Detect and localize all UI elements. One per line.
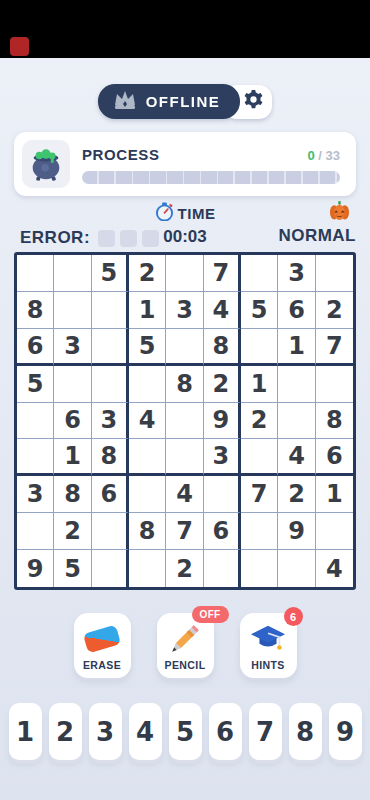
cell-r7c1[interactable]: 3 bbox=[17, 476, 54, 513]
cell-r3c6[interactable]: 8 bbox=[204, 329, 241, 366]
crown-icon bbox=[112, 89, 138, 115]
cell-r3c7[interactable] bbox=[241, 329, 278, 366]
sudoku-board: 5273813456263581758216349281834638647212… bbox=[14, 252, 356, 590]
cell-r8c1[interactable] bbox=[17, 513, 54, 550]
cell-r7c9[interactable]: 1 bbox=[316, 476, 353, 513]
cell-r7c7[interactable]: 7 bbox=[241, 476, 278, 513]
progress-card: PROCESS 0 / 33 bbox=[14, 132, 356, 196]
progress-bar bbox=[82, 171, 340, 184]
cell-r9c6[interactable] bbox=[204, 550, 241, 587]
cell-r3c4[interactable]: 5 bbox=[129, 329, 166, 366]
offline-label: OFFLINE bbox=[146, 93, 221, 110]
cell-r5c6[interactable]: 9 bbox=[204, 403, 241, 440]
numpad-key-8[interactable]: 8 bbox=[289, 703, 322, 760]
offline-button[interactable]: OFFLINE bbox=[98, 84, 241, 119]
hints-button[interactable]: 6 HINTS bbox=[240, 613, 297, 678]
cell-r1c5[interactable] bbox=[166, 255, 203, 292]
numpad-key-7[interactable]: 7 bbox=[249, 703, 282, 760]
cell-r8c9[interactable] bbox=[316, 513, 353, 550]
progress-title: PROCESS bbox=[82, 146, 160, 163]
tools-row: ERASE OFF PENCIL 6 bbox=[0, 613, 370, 678]
cell-r4c1[interactable]: 5 bbox=[17, 366, 54, 403]
cell-r4c4[interactable] bbox=[129, 366, 166, 403]
cell-r6c1[interactable] bbox=[17, 439, 54, 476]
cell-r2c4[interactable]: 1 bbox=[129, 292, 166, 329]
hints-count-badge: 6 bbox=[284, 607, 303, 626]
cell-r5c5[interactable] bbox=[166, 403, 203, 440]
cell-r4c3[interactable] bbox=[92, 366, 129, 403]
cell-r5c2[interactable]: 6 bbox=[54, 403, 91, 440]
cell-r5c7[interactable]: 2 bbox=[241, 403, 278, 440]
erase-button[interactable]: ERASE bbox=[74, 613, 131, 678]
cell-r4c9[interactable] bbox=[316, 366, 353, 403]
cell-r2c9[interactable]: 2 bbox=[316, 292, 353, 329]
cell-r5c4[interactable]: 4 bbox=[129, 403, 166, 440]
cell-r9c3[interactable] bbox=[92, 550, 129, 587]
cell-r8c5[interactable]: 7 bbox=[166, 513, 203, 550]
cauldron-icon bbox=[22, 140, 70, 188]
numpad-key-4[interactable]: 4 bbox=[129, 703, 162, 760]
cell-r1c9[interactable] bbox=[316, 255, 353, 292]
cell-r1c2[interactable] bbox=[54, 255, 91, 292]
cell-r6c3[interactable]: 8 bbox=[92, 439, 129, 476]
cell-r6c2[interactable]: 1 bbox=[54, 439, 91, 476]
offline-settings-group: OFFLINE bbox=[98, 84, 273, 119]
cell-r9c8[interactable] bbox=[278, 550, 315, 587]
cell-r2c1[interactable]: 8 bbox=[17, 292, 54, 329]
cell-r3c5[interactable] bbox=[166, 329, 203, 366]
cell-r9c2[interactable]: 5 bbox=[54, 550, 91, 587]
cell-r1c1[interactable] bbox=[17, 255, 54, 292]
time-value: 00:03 bbox=[163, 227, 206, 247]
difficulty-label: NORMAL bbox=[278, 226, 356, 246]
numpad-key-9[interactable]: 9 bbox=[329, 703, 362, 760]
progress-body: PROCESS 0 / 33 bbox=[70, 144, 348, 184]
cell-r4c2[interactable] bbox=[54, 366, 91, 403]
cell-r7c5[interactable]: 4 bbox=[166, 476, 203, 513]
app-screen: OFFLINE bbox=[0, 0, 370, 800]
cell-r2c8[interactable]: 6 bbox=[278, 292, 315, 329]
cell-r1c7[interactable] bbox=[241, 255, 278, 292]
recording-indicator bbox=[10, 37, 29, 56]
eraser-icon bbox=[85, 621, 119, 657]
cell-r5c8[interactable] bbox=[278, 403, 315, 440]
difficulty: NORMAL bbox=[278, 200, 356, 246]
cell-r6c5[interactable] bbox=[166, 439, 203, 476]
numpad-key-5[interactable]: 5 bbox=[169, 703, 202, 760]
cell-r5c9[interactable]: 8 bbox=[316, 403, 353, 440]
cell-r2c5[interactable]: 3 bbox=[166, 292, 203, 329]
cell-r6c4[interactable] bbox=[129, 439, 166, 476]
cell-r7c2[interactable]: 8 bbox=[54, 476, 91, 513]
pencil-button[interactable]: OFF PENCIL bbox=[157, 613, 214, 678]
cell-r8c8[interactable]: 9 bbox=[278, 513, 315, 550]
cell-r1c4[interactable]: 2 bbox=[129, 255, 166, 292]
cell-r3c2[interactable]: 3 bbox=[54, 329, 91, 366]
cell-r9c9[interactable]: 4 bbox=[316, 550, 353, 587]
cell-r6c7[interactable] bbox=[241, 439, 278, 476]
numpad-key-2[interactable]: 2 bbox=[49, 703, 82, 760]
top-bar: OFFLINE bbox=[0, 84, 370, 119]
cell-r3c3[interactable] bbox=[92, 329, 129, 366]
progress-count: 0 / 33 bbox=[307, 148, 340, 163]
graduation-cap-icon bbox=[249, 621, 287, 657]
cell-r7c3[interactable]: 6 bbox=[92, 476, 129, 513]
stopwatch-icon bbox=[155, 202, 174, 225]
numpad-key-3[interactable]: 3 bbox=[89, 703, 122, 760]
cell-r7c6[interactable] bbox=[204, 476, 241, 513]
cell-r8c3[interactable] bbox=[92, 513, 129, 550]
progress-separator: / bbox=[318, 148, 322, 163]
cell-r1c3[interactable]: 5 bbox=[92, 255, 129, 292]
numpad-key-6[interactable]: 6 bbox=[209, 703, 242, 760]
cell-r6c9[interactable]: 6 bbox=[316, 439, 353, 476]
pencil-icon bbox=[168, 621, 202, 657]
cell-r4c7[interactable]: 1 bbox=[241, 366, 278, 403]
cell-r3c8[interactable]: 1 bbox=[278, 329, 315, 366]
cell-r5c3[interactable]: 3 bbox=[92, 403, 129, 440]
pencil-off-badge: OFF bbox=[192, 606, 229, 623]
numpad-key-1[interactable]: 1 bbox=[9, 703, 42, 760]
cell-r6c8[interactable]: 4 bbox=[278, 439, 315, 476]
game-status-row: ERROR: TIME 00:03 bbox=[14, 202, 356, 248]
cell-r2c7[interactable]: 5 bbox=[241, 292, 278, 329]
cell-r3c9[interactable]: 7 bbox=[316, 329, 353, 366]
gear-icon bbox=[243, 89, 264, 114]
pencil-label: PENCIL bbox=[165, 659, 206, 671]
progress-total: 33 bbox=[326, 148, 340, 163]
time-label: TIME bbox=[178, 205, 216, 222]
cell-r8c6[interactable]: 6 bbox=[204, 513, 241, 550]
erase-label: ERASE bbox=[83, 659, 121, 671]
progress-current: 0 bbox=[307, 148, 314, 163]
cell-r8c4[interactable]: 8 bbox=[129, 513, 166, 550]
cell-r5c1[interactable] bbox=[17, 403, 54, 440]
cell-r2c6[interactable]: 4 bbox=[204, 292, 241, 329]
cell-r1c6[interactable]: 7 bbox=[204, 255, 241, 292]
cell-r9c5[interactable]: 2 bbox=[166, 550, 203, 587]
cell-r9c4[interactable] bbox=[129, 550, 166, 587]
cell-r9c7[interactable] bbox=[241, 550, 278, 587]
cell-r7c4[interactable] bbox=[129, 476, 166, 513]
cell-r4c8[interactable] bbox=[278, 366, 315, 403]
cell-r8c7[interactable] bbox=[241, 513, 278, 550]
cell-r3c1[interactable]: 6 bbox=[17, 329, 54, 366]
cell-r2c3[interactable] bbox=[92, 292, 129, 329]
cell-r7c8[interactable]: 2 bbox=[278, 476, 315, 513]
cell-r6c6[interactable]: 3 bbox=[204, 439, 241, 476]
cell-r4c5[interactable]: 8 bbox=[166, 366, 203, 403]
cell-r4c6[interactable]: 2 bbox=[204, 366, 241, 403]
cell-r8c2[interactable]: 2 bbox=[54, 513, 91, 550]
cell-r9c1[interactable]: 9 bbox=[17, 550, 54, 587]
status-bar bbox=[0, 0, 370, 58]
cell-r1c8[interactable]: 3 bbox=[278, 255, 315, 292]
hints-label: HINTS bbox=[251, 659, 285, 671]
pumpkin-icon bbox=[329, 200, 350, 225]
cell-r2c2[interactable] bbox=[54, 292, 91, 329]
number-pad: 123456789 bbox=[0, 703, 370, 760]
